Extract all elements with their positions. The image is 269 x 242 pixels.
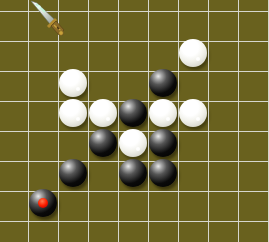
board-cell[interactable] bbox=[118, 161, 148, 191]
board-cell[interactable] bbox=[208, 221, 238, 242]
board-cell[interactable] bbox=[208, 101, 238, 131]
board-cell[interactable] bbox=[88, 161, 118, 191]
board-cell[interactable] bbox=[118, 191, 148, 221]
board-cell[interactable] bbox=[0, 191, 28, 221]
white-stone bbox=[89, 99, 117, 127]
board-cell[interactable] bbox=[28, 71, 58, 101]
board-cell[interactable] bbox=[28, 101, 58, 131]
board-cell[interactable] bbox=[58, 161, 88, 191]
board-cell[interactable] bbox=[208, 0, 238, 11]
board-cell[interactable] bbox=[148, 131, 178, 161]
board-cell[interactable] bbox=[0, 101, 28, 131]
board-cell[interactable] bbox=[238, 11, 268, 41]
black-stone bbox=[149, 159, 177, 187]
board-cell[interactable] bbox=[0, 131, 28, 161]
black-stone bbox=[119, 99, 147, 127]
board-cell[interactable] bbox=[28, 131, 58, 161]
board-cell[interactable] bbox=[148, 0, 178, 11]
board-cell[interactable] bbox=[88, 221, 118, 242]
board-cell[interactable] bbox=[28, 191, 58, 221]
white-stone bbox=[119, 129, 147, 157]
board-cell[interactable] bbox=[88, 131, 118, 161]
board-cell[interactable] bbox=[178, 161, 208, 191]
board-cell[interactable] bbox=[118, 101, 148, 131]
board-cell[interactable] bbox=[178, 101, 208, 131]
black-stone bbox=[149, 129, 177, 157]
board-cell[interactable] bbox=[148, 101, 178, 131]
gomoku-board[interactable] bbox=[0, 0, 269, 242]
board-cell[interactable] bbox=[208, 161, 238, 191]
game-window bbox=[0, 0, 269, 242]
board-cell[interactable] bbox=[268, 41, 269, 71]
board-cell[interactable] bbox=[268, 101, 269, 131]
board-cell[interactable] bbox=[238, 161, 268, 191]
board-cell[interactable] bbox=[178, 71, 208, 101]
board-cell[interactable] bbox=[148, 71, 178, 101]
board-cell[interactable] bbox=[118, 0, 148, 11]
board-cell[interactable] bbox=[28, 11, 58, 41]
board-cell[interactable] bbox=[88, 191, 118, 221]
board-cell[interactable] bbox=[88, 0, 118, 11]
board-cell[interactable] bbox=[118, 131, 148, 161]
board-cell[interactable] bbox=[88, 11, 118, 41]
board-cell[interactable] bbox=[58, 131, 88, 161]
board-cell[interactable] bbox=[88, 101, 118, 131]
board-cell[interactable] bbox=[178, 11, 208, 41]
board-cell[interactable] bbox=[148, 191, 178, 221]
board-cell[interactable] bbox=[268, 191, 269, 221]
board-cell[interactable] bbox=[58, 71, 88, 101]
black-stone bbox=[89, 129, 117, 157]
board-cell[interactable] bbox=[58, 11, 88, 41]
board-cell[interactable] bbox=[118, 71, 148, 101]
board-cell[interactable] bbox=[148, 161, 178, 191]
board-cell[interactable] bbox=[208, 71, 238, 101]
black-stone bbox=[149, 69, 177, 97]
board-cell[interactable] bbox=[0, 0, 28, 11]
white-stone bbox=[59, 69, 87, 97]
board-cell[interactable] bbox=[118, 41, 148, 71]
board-cell[interactable] bbox=[118, 11, 148, 41]
white-stone bbox=[179, 99, 207, 127]
board-cell[interactable] bbox=[58, 101, 88, 131]
board-cell[interactable] bbox=[0, 11, 28, 41]
black-stone bbox=[29, 189, 57, 217]
last-move-marker bbox=[38, 198, 48, 208]
board-cell[interactable] bbox=[148, 221, 178, 242]
white-stone bbox=[179, 39, 207, 67]
board-cell[interactable] bbox=[268, 11, 269, 41]
board-cell[interactable] bbox=[238, 71, 268, 101]
board-cell[interactable] bbox=[238, 41, 268, 71]
board-cell[interactable] bbox=[58, 0, 88, 11]
black-stone bbox=[119, 159, 147, 187]
board-cell[interactable] bbox=[58, 41, 88, 71]
board-cell[interactable] bbox=[268, 161, 269, 191]
board-cell[interactable] bbox=[88, 71, 118, 101]
board-cell[interactable] bbox=[208, 11, 238, 41]
board-cell[interactable] bbox=[178, 221, 208, 242]
board-cell[interactable] bbox=[268, 71, 269, 101]
board-cell[interactable] bbox=[268, 131, 269, 161]
board-cell[interactable] bbox=[178, 0, 208, 11]
board-cell[interactable] bbox=[208, 191, 238, 221]
board-cell[interactable] bbox=[238, 131, 268, 161]
board-cell[interactable] bbox=[178, 41, 208, 71]
board-cell[interactable] bbox=[58, 191, 88, 221]
board-cell[interactable] bbox=[0, 41, 28, 71]
board-cell[interactable] bbox=[268, 0, 269, 11]
board-cell[interactable] bbox=[28, 161, 58, 191]
board-cell[interactable] bbox=[208, 41, 238, 71]
board-cell[interactable] bbox=[0, 161, 28, 191]
board-cell[interactable] bbox=[238, 101, 268, 131]
board-cell[interactable] bbox=[178, 191, 208, 221]
board-cell[interactable] bbox=[0, 221, 28, 242]
board-cell[interactable] bbox=[58, 221, 88, 242]
board-cell[interactable] bbox=[238, 191, 268, 221]
board-cell[interactable] bbox=[238, 0, 268, 11]
board-cell[interactable] bbox=[208, 131, 238, 161]
board-cell[interactable] bbox=[148, 11, 178, 41]
white-stone bbox=[59, 99, 87, 127]
board-cell[interactable] bbox=[268, 221, 269, 242]
board-cell[interactable] bbox=[118, 221, 148, 242]
board-cell[interactable] bbox=[178, 131, 208, 161]
board-cell[interactable] bbox=[88, 41, 118, 71]
board-cell[interactable] bbox=[148, 41, 178, 71]
board-cell[interactable] bbox=[28, 221, 58, 242]
black-stone bbox=[59, 159, 87, 187]
board-cell[interactable] bbox=[238, 221, 268, 242]
board-cell[interactable] bbox=[0, 71, 28, 101]
board-cell[interactable] bbox=[28, 41, 58, 71]
board-cell[interactable] bbox=[28, 0, 58, 11]
white-stone bbox=[149, 99, 177, 127]
